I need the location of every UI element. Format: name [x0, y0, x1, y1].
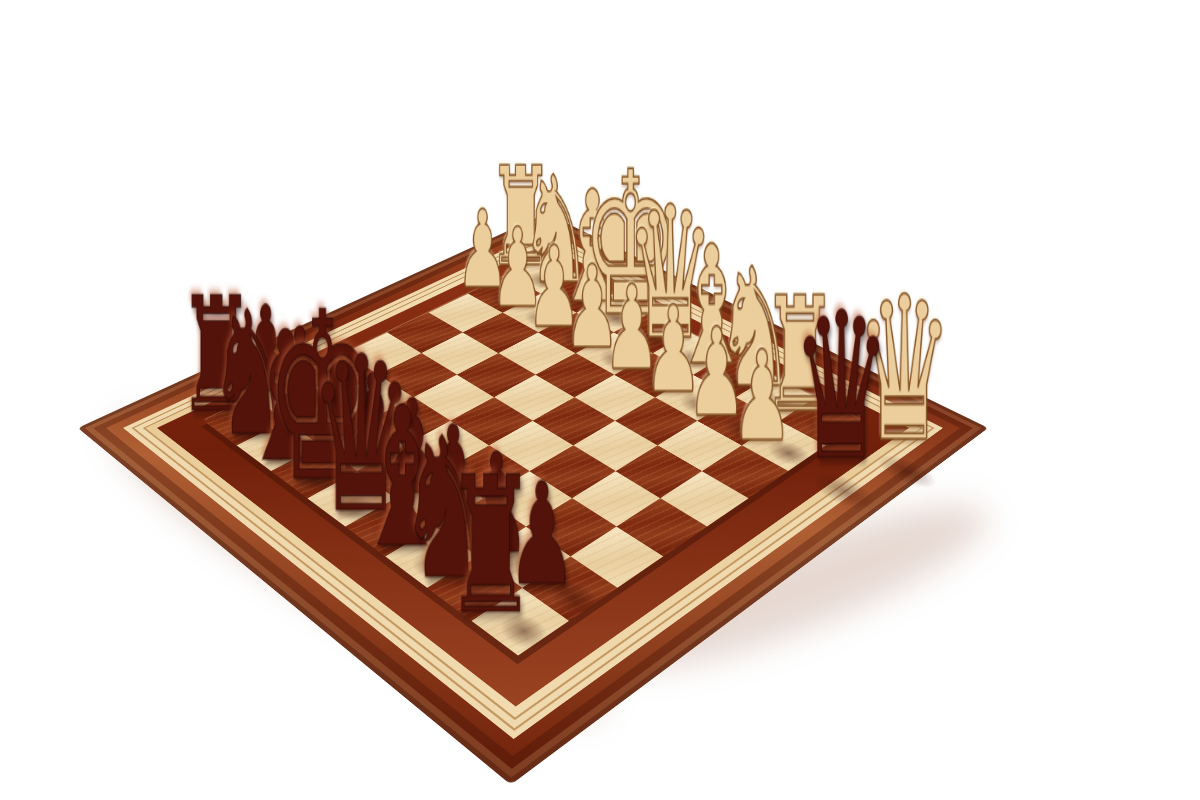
photo-stage: ♜♞♝♛♚♝♞♜♟♟♟♟♟♟♟♟♟♟♟♟♟♟♟♟♜♞♝♛♚♝♞♜ ♛ ♛: [0, 0, 1200, 800]
chess-board: ♜♞♝♛♚♝♞♜♟♟♟♟♟♟♟♟♟♟♟♟♟♟♟♟♜♞♝♛♚♝♞♜ ♛ ♛: [78, 213, 989, 785]
spare-black-queen[interactable]: ♛: [792, 286, 891, 489]
black-rook-a8[interactable]: ♜: [445, 452, 537, 641]
scene-3d: ♜♞♝♛♚♝♞♜♟♟♟♟♟♟♟♟♟♟♟♟♟♟♟♟♜♞♝♛♚♝♞♜ ♛ ♛: [0, 0, 1200, 800]
white-pawn-a2[interactable]: ♟: [731, 335, 792, 460]
